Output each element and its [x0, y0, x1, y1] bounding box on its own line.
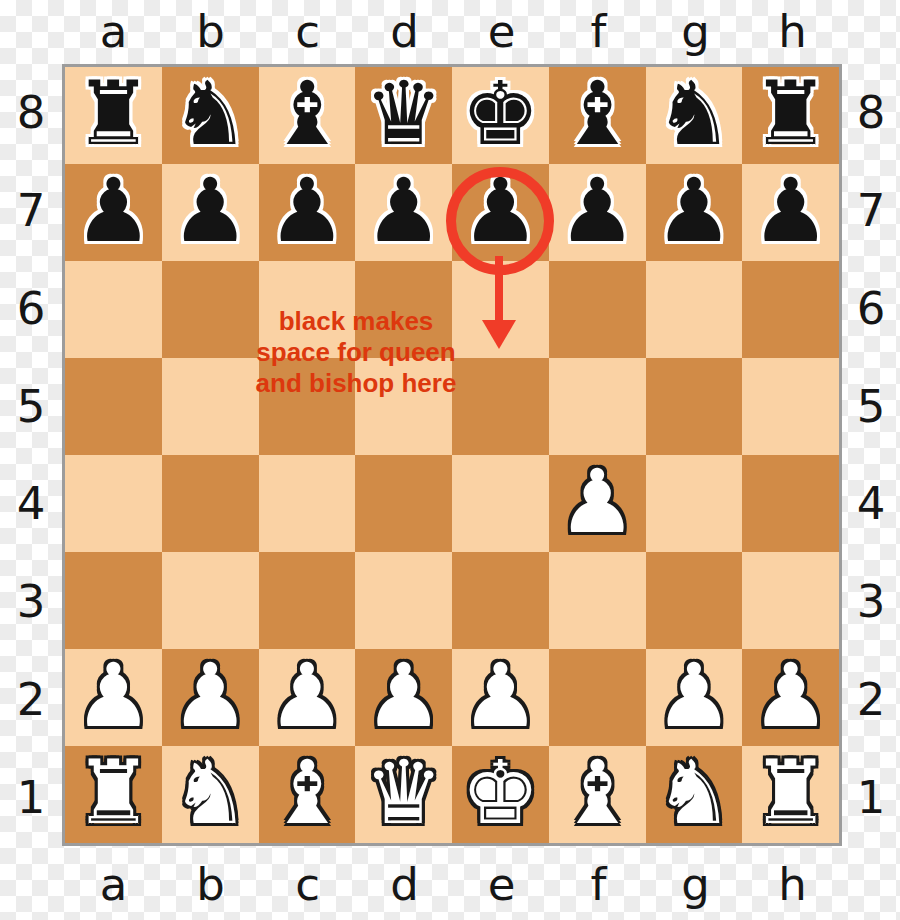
rank-label-right-4: 4: [842, 455, 900, 553]
file-label-top-d: d: [356, 0, 453, 62]
annotation-line: and bishop here: [206, 368, 506, 399]
rank-label-left-6: 6: [0, 260, 62, 358]
file-label-top-b: b: [162, 0, 259, 62]
square-g3: [646, 552, 743, 649]
square-f7: ♟: [549, 164, 646, 261]
black-bishop: ♝: [558, 70, 637, 158]
white-pawn: ♟: [74, 652, 153, 740]
rank-label-right-1: 1: [842, 748, 900, 846]
rank-label-left-2: 2: [0, 651, 62, 749]
black-pawn: ♟: [364, 167, 443, 255]
black-rook: ♜: [74, 70, 153, 158]
file-label-top-a: a: [65, 0, 162, 62]
square-f4: ♟: [549, 455, 646, 552]
square-h3: [742, 552, 839, 649]
rank-label-right-5: 5: [842, 357, 900, 455]
square-a6: [65, 261, 162, 358]
file-label-top-e: e: [453, 0, 550, 62]
square-e2: ♟: [452, 649, 549, 746]
black-pawn: ♟: [267, 167, 346, 255]
chess-board: ♜♞♝♛♚♝♞♜♟♟♟♟♟♟♟♟♟♟♟♟♟♟♟♟♜♞♝♛♚♝♞♜: [62, 64, 842, 846]
square-a8: ♜: [65, 67, 162, 164]
square-h4: [742, 455, 839, 552]
white-pawn: ♟: [364, 652, 443, 740]
square-e1: ♚: [452, 746, 549, 843]
square-h1: ♜: [742, 746, 839, 843]
white-queen: ♛: [364, 749, 443, 837]
file-label-top-c: c: [259, 0, 356, 62]
rank-label-right-6: 6: [842, 260, 900, 358]
square-f8: ♝: [549, 67, 646, 164]
rank-label-right-3: 3: [842, 553, 900, 651]
rank-labels-left: 87654321: [0, 64, 62, 846]
square-b7: ♟: [162, 164, 259, 261]
file-label-bottom-d: d: [356, 852, 453, 916]
square-b2: ♟: [162, 649, 259, 746]
square-a1: ♜: [65, 746, 162, 843]
rank-label-right-7: 7: [842, 162, 900, 260]
rank-label-left-7: 7: [0, 162, 62, 260]
white-pawn: ♟: [461, 652, 540, 740]
square-g8: ♞: [646, 67, 743, 164]
white-pawn: ♟: [751, 652, 830, 740]
black-rook: ♜: [751, 70, 830, 158]
file-label-top-f: f: [550, 0, 647, 62]
file-label-bottom-e: e: [453, 852, 550, 916]
black-king: ♚: [461, 70, 540, 158]
square-g5: [646, 358, 743, 455]
file-labels-bottom: abcdefgh: [65, 852, 841, 916]
square-f5: [549, 358, 646, 455]
square-f6: [549, 261, 646, 358]
rank-labels-right: 87654321: [842, 64, 900, 846]
black-pawn: ♟: [74, 167, 153, 255]
rank-label-left-8: 8: [0, 64, 62, 162]
file-label-top-g: g: [647, 0, 744, 62]
square-d3: [355, 552, 452, 649]
square-c2: ♟: [259, 649, 356, 746]
square-a3: [65, 552, 162, 649]
file-label-bottom-h: h: [744, 852, 841, 916]
file-labels-top: abcdefgh: [65, 0, 841, 62]
rank-label-left-3: 3: [0, 553, 62, 651]
annotation-line: space for queen: [206, 337, 506, 368]
white-pawn: ♟: [558, 458, 637, 546]
black-knight: ♞: [654, 70, 733, 158]
rank-label-right-2: 2: [842, 651, 900, 749]
annotation-text: black makes space for queen and bishop h…: [206, 306, 506, 399]
black-pawn: ♟: [558, 167, 637, 255]
square-a2: ♟: [65, 649, 162, 746]
square-g1: ♞: [646, 746, 743, 843]
square-h5: [742, 358, 839, 455]
black-pawn: ♟: [171, 167, 250, 255]
file-label-bottom-f: f: [550, 852, 647, 916]
white-king: ♚: [461, 749, 540, 837]
square-c8: ♝: [259, 67, 356, 164]
square-h8: ♜: [742, 67, 839, 164]
square-d7: ♟: [355, 164, 452, 261]
square-f2: [549, 649, 646, 746]
square-d8: ♛: [355, 67, 452, 164]
white-knight: ♞: [171, 749, 250, 837]
file-label-bottom-g: g: [647, 852, 744, 916]
white-knight: ♞: [654, 749, 733, 837]
white-pawn: ♟: [654, 652, 733, 740]
file-label-bottom-c: c: [259, 852, 356, 916]
square-g4: [646, 455, 743, 552]
square-e7: ♟: [452, 164, 549, 261]
square-c4: [259, 455, 356, 552]
square-h6: [742, 261, 839, 358]
white-rook: ♜: [751, 749, 830, 837]
rank-label-right-8: 8: [842, 64, 900, 162]
page-background: { "game": "chess", "position": { "fen": …: [0, 0, 900, 920]
black-bishop: ♝: [267, 70, 346, 158]
rank-label-left-1: 1: [0, 748, 62, 846]
white-pawn: ♟: [267, 652, 346, 740]
square-b8: ♞: [162, 67, 259, 164]
square-f1: ♝: [549, 746, 646, 843]
black-pawn: ♟: [461, 167, 540, 255]
square-f3: [549, 552, 646, 649]
square-c1: ♝: [259, 746, 356, 843]
annotation-line: black makes: [206, 306, 506, 337]
square-b4: [162, 455, 259, 552]
white-bishop: ♝: [558, 749, 637, 837]
rank-label-left-5: 5: [0, 357, 62, 455]
square-d1: ♛: [355, 746, 452, 843]
black-pawn: ♟: [654, 167, 733, 255]
square-b1: ♞: [162, 746, 259, 843]
square-c3: [259, 552, 356, 649]
square-g2: ♟: [646, 649, 743, 746]
square-b3: [162, 552, 259, 649]
black-knight: ♞: [171, 70, 250, 158]
square-d4: [355, 455, 452, 552]
rank-label-left-4: 4: [0, 455, 62, 553]
file-label-bottom-b: b: [162, 852, 259, 916]
square-a5: [65, 358, 162, 455]
white-pawn: ♟: [171, 652, 250, 740]
square-c7: ♟: [259, 164, 356, 261]
square-e3: [452, 552, 549, 649]
black-queen: ♛: [364, 70, 443, 158]
file-label-top-h: h: [744, 0, 841, 62]
square-g7: ♟: [646, 164, 743, 261]
square-e8: ♚: [452, 67, 549, 164]
square-a7: ♟: [65, 164, 162, 261]
file-label-bottom-a: a: [65, 852, 162, 916]
square-a4: [65, 455, 162, 552]
white-bishop: ♝: [267, 749, 346, 837]
square-d2: ♟: [355, 649, 452, 746]
white-rook: ♜: [74, 749, 153, 837]
square-h7: ♟: [742, 164, 839, 261]
black-pawn: ♟: [751, 167, 830, 255]
square-g6: [646, 261, 743, 358]
square-h2: ♟: [742, 649, 839, 746]
square-e4: [452, 455, 549, 552]
